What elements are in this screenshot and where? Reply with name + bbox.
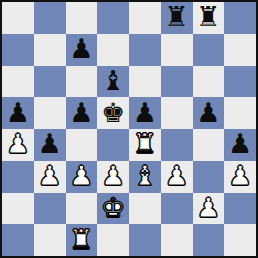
square-d8[interactable] xyxy=(97,2,129,34)
black-rook[interactable]: ♜ xyxy=(196,3,220,30)
square-c3[interactable]: ♟ xyxy=(66,161,98,193)
white-pawn[interactable]: ♟ xyxy=(165,162,189,189)
white-rook[interactable]: ♜ xyxy=(69,226,93,253)
black-pawn[interactable]: ♟ xyxy=(133,99,157,126)
square-c4[interactable] xyxy=(66,129,98,161)
black-rook[interactable]: ♜ xyxy=(165,3,189,30)
square-g5[interactable]: ♟ xyxy=(193,97,225,129)
black-pawn[interactable]: ♟ xyxy=(69,99,93,126)
square-f8[interactable]: ♜ xyxy=(161,2,193,34)
board-grid: ♜♜♟♝♟♟♚♟♟♟♟♜♟♟♟♟♝♟♟♚♟♜ xyxy=(2,2,256,256)
square-a3[interactable] xyxy=(2,161,34,193)
white-pawn[interactable]: ♟ xyxy=(228,162,252,189)
square-c2[interactable] xyxy=(66,193,98,225)
square-c8[interactable] xyxy=(66,2,98,34)
square-e5[interactable]: ♟ xyxy=(129,97,161,129)
square-b4[interactable]: ♟ xyxy=(34,129,66,161)
square-h5[interactable] xyxy=(224,97,256,129)
square-a8[interactable] xyxy=(2,2,34,34)
square-c1[interactable]: ♜ xyxy=(66,224,98,256)
square-h3[interactable]: ♟ xyxy=(224,161,256,193)
white-rook[interactable]: ♜ xyxy=(133,130,157,157)
square-g3[interactable] xyxy=(193,161,225,193)
square-d3[interactable]: ♟ xyxy=(97,161,129,193)
black-pawn[interactable]: ♟ xyxy=(6,99,30,126)
black-bishop[interactable]: ♝ xyxy=(101,67,125,94)
square-c7[interactable]: ♟ xyxy=(66,34,98,66)
chess-board: ♜♜♟♝♟♟♚♟♟♟♟♜♟♟♟♟♝♟♟♚♟♜ xyxy=(0,0,258,258)
square-d4[interactable] xyxy=(97,129,129,161)
square-e2[interactable] xyxy=(129,193,161,225)
white-bishop[interactable]: ♝ xyxy=(133,162,157,189)
square-b5[interactable] xyxy=(34,97,66,129)
square-f4[interactable] xyxy=(161,129,193,161)
square-f5[interactable] xyxy=(161,97,193,129)
white-pawn[interactable]: ♟ xyxy=(69,162,93,189)
square-e7[interactable] xyxy=(129,34,161,66)
square-a6[interactable] xyxy=(2,66,34,98)
square-f6[interactable] xyxy=(161,66,193,98)
square-e6[interactable] xyxy=(129,66,161,98)
square-d1[interactable] xyxy=(97,224,129,256)
square-b2[interactable] xyxy=(34,193,66,225)
square-e4[interactable]: ♜ xyxy=(129,129,161,161)
black-pawn[interactable]: ♟ xyxy=(38,130,62,157)
square-h7[interactable] xyxy=(224,34,256,66)
square-h2[interactable] xyxy=(224,193,256,225)
square-b1[interactable] xyxy=(34,224,66,256)
white-pawn[interactable]: ♟ xyxy=(38,162,62,189)
square-h8[interactable] xyxy=(224,2,256,34)
black-pawn[interactable]: ♟ xyxy=(228,130,252,157)
square-b8[interactable] xyxy=(34,2,66,34)
square-f3[interactable]: ♟ xyxy=(161,161,193,193)
black-pawn[interactable]: ♟ xyxy=(69,35,93,62)
square-e8[interactable] xyxy=(129,2,161,34)
white-pawn[interactable]: ♟ xyxy=(6,130,30,157)
black-pawn[interactable]: ♟ xyxy=(196,99,220,126)
square-a5[interactable]: ♟ xyxy=(2,97,34,129)
square-g6[interactable] xyxy=(193,66,225,98)
square-a4[interactable]: ♟ xyxy=(2,129,34,161)
square-b3[interactable]: ♟ xyxy=(34,161,66,193)
square-f2[interactable] xyxy=(161,193,193,225)
square-g7[interactable] xyxy=(193,34,225,66)
square-d6[interactable]: ♝ xyxy=(97,66,129,98)
square-d5[interactable]: ♚ xyxy=(97,97,129,129)
square-e3[interactable]: ♝ xyxy=(129,161,161,193)
square-b7[interactable] xyxy=(34,34,66,66)
square-f1[interactable] xyxy=(161,224,193,256)
square-d2[interactable]: ♚ xyxy=(97,193,129,225)
square-h4[interactable]: ♟ xyxy=(224,129,256,161)
square-d7[interactable] xyxy=(97,34,129,66)
square-e1[interactable] xyxy=(129,224,161,256)
square-b6[interactable] xyxy=(34,66,66,98)
square-g2[interactable]: ♟ xyxy=(193,193,225,225)
square-a2[interactable] xyxy=(2,193,34,225)
square-f7[interactable] xyxy=(161,34,193,66)
square-g8[interactable]: ♜ xyxy=(193,2,225,34)
square-c6[interactable] xyxy=(66,66,98,98)
square-c5[interactable]: ♟ xyxy=(66,97,98,129)
square-g1[interactable] xyxy=(193,224,225,256)
black-king[interactable]: ♚ xyxy=(101,99,125,126)
square-a7[interactable] xyxy=(2,34,34,66)
square-h6[interactable] xyxy=(224,66,256,98)
white-pawn[interactable]: ♟ xyxy=(196,194,220,221)
white-pawn[interactable]: ♟ xyxy=(101,162,125,189)
white-king[interactable]: ♚ xyxy=(101,194,125,221)
square-a1[interactable] xyxy=(2,224,34,256)
square-g4[interactable] xyxy=(193,129,225,161)
square-h1[interactable] xyxy=(224,224,256,256)
